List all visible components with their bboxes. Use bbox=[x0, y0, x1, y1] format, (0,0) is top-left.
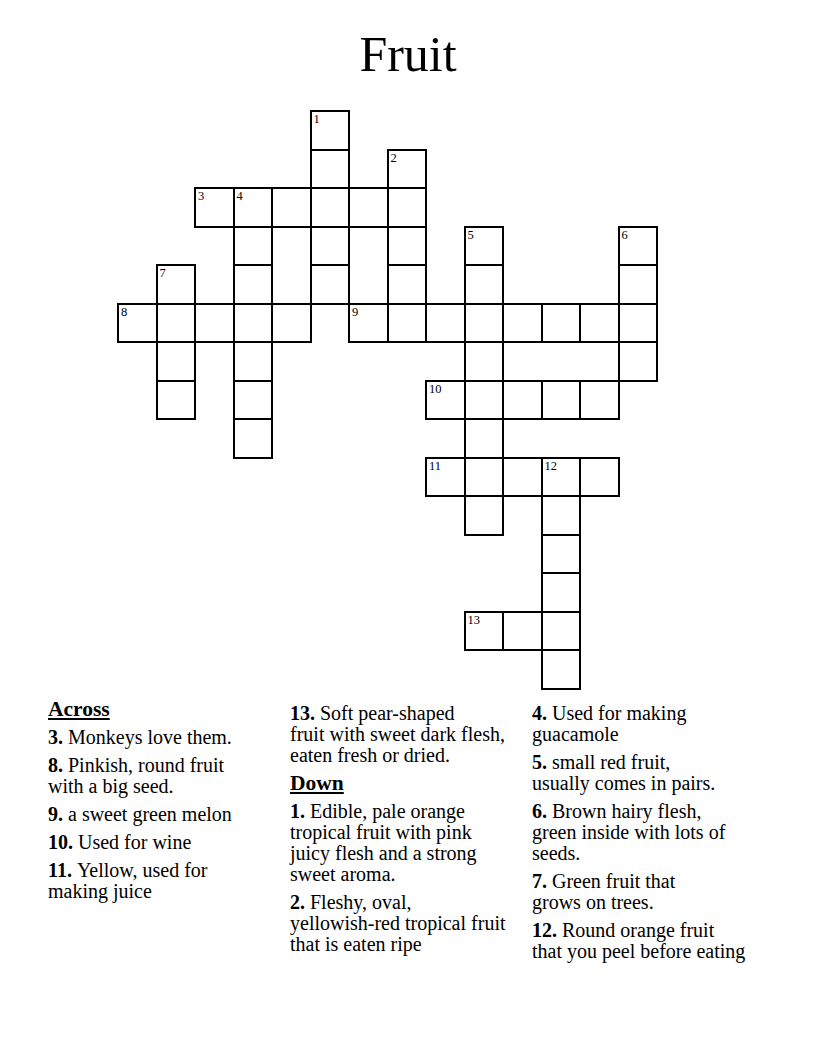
grid-cell-r7-c11[interactable] bbox=[541, 380, 582, 421]
crossword-worksheet: Fruit 12345678910111213 Across3.Monkeys … bbox=[0, 0, 816, 1056]
clue-across-11: 11.Yellow, used for making juice bbox=[48, 860, 280, 902]
grid-cell-r10-c9[interactable] bbox=[464, 495, 505, 536]
clue-text: a sweet green melon bbox=[68, 803, 232, 825]
clue-number: 8. bbox=[48, 754, 68, 776]
down-header: Down bbox=[290, 773, 530, 794]
grid-cell-r0-c5[interactable]: 1 bbox=[310, 110, 351, 151]
clue-number: 10. bbox=[48, 831, 78, 853]
clue-number: 9. bbox=[48, 803, 68, 825]
clue-number: 12. bbox=[532, 919, 562, 941]
grid-cell-r2-c6[interactable] bbox=[348, 187, 389, 228]
grid-cell-r13-c9[interactable]: 13 bbox=[464, 611, 505, 652]
grid-cell-r3-c9[interactable]: 5 bbox=[464, 226, 505, 267]
grid-cell-r2-c4[interactable] bbox=[271, 187, 312, 228]
grid-cell-r11-c11[interactable] bbox=[541, 534, 582, 575]
clue-number: 6. bbox=[532, 800, 552, 822]
clue-number: 2. bbox=[290, 891, 310, 913]
cell-number-8: 8 bbox=[121, 305, 127, 319]
grid-cell-r13-c10[interactable] bbox=[502, 611, 543, 652]
clue-column-left: Across3.Monkeys love them.8.Pinkish, rou… bbox=[48, 699, 280, 909]
grid-cell-r1-c7[interactable]: 2 bbox=[387, 149, 428, 190]
clue-text: Used for making guacamole bbox=[532, 702, 686, 745]
puzzle-title: Fruit bbox=[0, 27, 816, 82]
grid-cell-r5-c9[interactable] bbox=[464, 303, 505, 344]
grid-cell-r5-c8[interactable] bbox=[425, 303, 466, 344]
grid-cell-r2-c5[interactable] bbox=[310, 187, 351, 228]
clue-column-right: 4.Used for making guacamole5.small red f… bbox=[532, 703, 780, 969]
cell-number-13: 13 bbox=[468, 613, 481, 627]
cell-number-2: 2 bbox=[391, 151, 397, 165]
grid-cell-r3-c3[interactable] bbox=[233, 226, 274, 267]
clue-down-5: 5.small red fruit, usually comes in pair… bbox=[532, 752, 780, 794]
grid-cell-r6-c9[interactable] bbox=[464, 341, 505, 382]
grid-cell-r6-c1[interactable] bbox=[156, 341, 197, 382]
grid-cell-r5-c1[interactable] bbox=[156, 303, 197, 344]
grid-cell-r2-c3[interactable]: 4 bbox=[233, 187, 274, 228]
clue-across-10: 10.Used for wine bbox=[48, 832, 280, 853]
grid-cell-r9-c10[interactable] bbox=[502, 457, 543, 498]
grid-cell-r7-c3[interactable] bbox=[233, 380, 274, 421]
cell-number-11: 11 bbox=[429, 459, 441, 473]
clue-number: 11. bbox=[48, 859, 77, 881]
grid-cell-r7-c12[interactable] bbox=[579, 380, 620, 421]
grid-cell-r4-c9[interactable] bbox=[464, 264, 505, 305]
clue-down-4: 4.Used for making guacamole bbox=[532, 703, 780, 745]
grid-cell-r7-c10[interactable] bbox=[502, 380, 543, 421]
cell-number-3: 3 bbox=[198, 189, 204, 203]
clue-down-1: 1.Edible, pale orange tropical fruit wit… bbox=[290, 801, 530, 885]
clue-across-9: 9.a sweet green melon bbox=[48, 804, 280, 825]
clue-text: Green fruit that grows on trees. bbox=[532, 870, 675, 913]
clue-text: Brown hairy flesh, green inside with lot… bbox=[532, 800, 725, 864]
grid-cell-r4-c13[interactable] bbox=[618, 264, 659, 305]
clue-down-7: 7.Green fruit that grows on trees. bbox=[532, 871, 780, 913]
grid-cell-r5-c10[interactable] bbox=[502, 303, 543, 344]
grid-cell-r1-c5[interactable] bbox=[310, 149, 351, 190]
cell-number-1: 1 bbox=[314, 112, 320, 126]
cell-number-10: 10 bbox=[429, 382, 442, 396]
grid-cell-r3-c7[interactable] bbox=[387, 226, 428, 267]
grid-cell-r7-c8[interactable]: 10 bbox=[425, 380, 466, 421]
grid-cell-r7-c9[interactable] bbox=[464, 380, 505, 421]
clue-text: small red fruit, usually comes in pairs. bbox=[532, 751, 715, 794]
grid-cell-r5-c3[interactable] bbox=[233, 303, 274, 344]
clue-column-middle: 13.Soft pear-shaped fruit with sweet dar… bbox=[290, 703, 530, 962]
grid-cell-r9-c12[interactable] bbox=[579, 457, 620, 498]
clue-across-13: 13.Soft pear-shaped fruit with sweet dar… bbox=[290, 703, 530, 766]
grid-cell-r3-c5[interactable] bbox=[310, 226, 351, 267]
grid-cell-r6-c3[interactable] bbox=[233, 341, 274, 382]
clue-text: Fleshy, oval, yellowish-red tropical fru… bbox=[290, 891, 506, 955]
grid-cell-r6-c13[interactable] bbox=[618, 341, 659, 382]
grid-cell-r4-c1[interactable]: 7 bbox=[156, 264, 197, 305]
clue-text: Soft pear-shaped fruit with sweet dark f… bbox=[290, 702, 505, 766]
clue-number: 7. bbox=[532, 870, 552, 892]
grid-cell-r12-c11[interactable] bbox=[541, 572, 582, 613]
grid-cell-r2-c7[interactable] bbox=[387, 187, 428, 228]
grid-cell-r5-c4[interactable] bbox=[271, 303, 312, 344]
grid-cell-r3-c13[interactable]: 6 bbox=[618, 226, 659, 267]
cell-number-6: 6 bbox=[622, 228, 628, 242]
grid-cell-r7-c1[interactable] bbox=[156, 380, 197, 421]
clue-across-3: 3.Monkeys love them. bbox=[48, 727, 280, 748]
grid-cell-r8-c3[interactable] bbox=[233, 418, 274, 459]
crossword-grid: 12345678910111213 bbox=[117, 110, 697, 710]
grid-cell-r5-c0[interactable]: 8 bbox=[117, 303, 158, 344]
clue-down-6: 6.Brown hairy flesh, green inside with l… bbox=[532, 801, 780, 864]
grid-cell-r9-c9[interactable] bbox=[464, 457, 505, 498]
clue-down-2: 2.Fleshy, oval, yellowish-red tropical f… bbox=[290, 892, 530, 955]
clue-down-12: 12.Round orange fruit that you peel befo… bbox=[532, 920, 780, 962]
grid-cell-r5-c7[interactable] bbox=[387, 303, 428, 344]
clue-text: Edible, pale orange tropical fruit with … bbox=[290, 800, 477, 885]
grid-cell-r8-c9[interactable] bbox=[464, 418, 505, 459]
clue-number: 5. bbox=[532, 751, 552, 773]
grid-cell-r13-c11[interactable] bbox=[541, 611, 582, 652]
clue-number: 3. bbox=[48, 726, 68, 748]
clue-number: 4. bbox=[532, 702, 552, 724]
grid-cell-r5-c6[interactable]: 9 bbox=[348, 303, 389, 344]
grid-cell-r4-c3[interactable] bbox=[233, 264, 274, 305]
clue-across-8: 8.Pinkish, round fruit with a big seed. bbox=[48, 755, 280, 797]
grid-cell-r5-c12[interactable] bbox=[579, 303, 620, 344]
grid-cell-r9-c11[interactable]: 12 bbox=[541, 457, 582, 498]
grid-cell-r5-c13[interactable] bbox=[618, 303, 659, 344]
across-header: Across bbox=[48, 699, 280, 720]
cell-number-4: 4 bbox=[237, 189, 243, 203]
grid-cell-r4-c7[interactable] bbox=[387, 264, 428, 305]
clue-text: Monkeys love them. bbox=[68, 726, 232, 748]
cell-number-7: 7 bbox=[160, 266, 166, 280]
grid-cell-r9-c8[interactable]: 11 bbox=[425, 457, 466, 498]
grid-cell-r10-c11[interactable] bbox=[541, 495, 582, 536]
clue-text: Used for wine bbox=[78, 831, 191, 853]
cell-number-9: 9 bbox=[352, 305, 358, 319]
clue-text: Round orange fruit that you peel before … bbox=[532, 919, 745, 962]
grid-cell-r2-c2[interactable]: 3 bbox=[194, 187, 235, 228]
clue-number: 13. bbox=[290, 702, 320, 724]
clue-text: Pinkish, round fruit with a big seed. bbox=[48, 754, 224, 797]
grid-cell-r4-c5[interactable] bbox=[310, 264, 351, 305]
grid-cell-r14-c11[interactable] bbox=[541, 649, 582, 690]
grid-cell-r5-c11[interactable] bbox=[541, 303, 582, 344]
grid-cell-r5-c2[interactable] bbox=[194, 303, 235, 344]
cell-number-5: 5 bbox=[468, 228, 474, 242]
cell-number-12: 12 bbox=[545, 459, 558, 473]
clue-number: 1. bbox=[290, 800, 310, 822]
